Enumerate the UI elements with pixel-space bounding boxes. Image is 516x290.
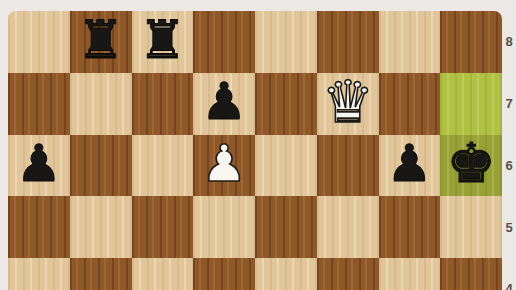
black-pawn-g6[interactable]: ♟ [379, 133, 441, 195]
square-a5[interactable] [8, 196, 70, 258]
square-b6[interactable] [70, 135, 132, 197]
square-g5[interactable] [379, 196, 441, 258]
black-pawn-d7[interactable]: ♟ [193, 71, 255, 133]
square-g7[interactable] [379, 73, 441, 135]
square-b8[interactable]: ♜ [70, 11, 132, 73]
rank-label-6: 6 [502, 135, 516, 197]
square-f7[interactable]: ♛ [317, 73, 379, 135]
square-a4[interactable] [8, 258, 70, 290]
square-f5[interactable] [317, 196, 379, 258]
square-c8[interactable]: ♜ [132, 11, 194, 73]
square-d5[interactable] [193, 196, 255, 258]
rank-label-5: 5 [502, 196, 516, 258]
square-e6[interactable] [255, 135, 317, 197]
chess-board: ♜♜♟♛♟♟♟♚ [8, 11, 502, 290]
square-d6[interactable]: ♟ [193, 135, 255, 197]
square-a8[interactable] [8, 11, 70, 73]
square-d8[interactable] [193, 11, 255, 73]
square-d7[interactable]: ♟ [193, 73, 255, 135]
rank-coordinates: 87654 [502, 11, 516, 290]
square-g6[interactable]: ♟ [379, 135, 441, 197]
square-d4[interactable] [193, 258, 255, 290]
square-b4[interactable] [70, 258, 132, 290]
square-c5[interactable] [132, 196, 194, 258]
white-pawn-d6[interactable]: ♟ [193, 133, 255, 195]
square-a7[interactable] [8, 73, 70, 135]
black-rook-b8[interactable]: ♜ [70, 11, 132, 71]
black-king-h6[interactable]: ♚ [440, 133, 502, 195]
square-b7[interactable] [70, 73, 132, 135]
square-h8[interactable] [440, 11, 502, 73]
page-background: ♜♜♟♛♟♟♟♚ 87654 [0, 0, 516, 290]
square-a6[interactable]: ♟ [8, 135, 70, 197]
square-f4[interactable] [317, 258, 379, 290]
square-b5[interactable] [70, 196, 132, 258]
square-e4[interactable] [255, 258, 317, 290]
square-g4[interactable] [379, 258, 441, 290]
square-g8[interactable] [379, 11, 441, 73]
square-f6[interactable] [317, 135, 379, 197]
square-h6[interactable]: ♚ [440, 135, 502, 197]
white-queen-f7[interactable]: ♛ [317, 71, 379, 133]
square-h7[interactable] [440, 73, 502, 135]
square-e7[interactable] [255, 73, 317, 135]
black-rook-c8[interactable]: ♜ [132, 11, 194, 71]
black-pawn-a6[interactable]: ♟ [8, 133, 70, 195]
square-c6[interactable] [132, 135, 194, 197]
square-c7[interactable] [132, 73, 194, 135]
rank-label-4: 4 [502, 258, 516, 290]
square-e5[interactable] [255, 196, 317, 258]
square-h5[interactable] [440, 196, 502, 258]
square-f8[interactable] [317, 11, 379, 73]
rank-label-8: 8 [502, 11, 516, 73]
square-h4[interactable] [440, 258, 502, 290]
square-e8[interactable] [255, 11, 317, 73]
rank-label-7: 7 [502, 73, 516, 135]
square-c4[interactable] [132, 258, 194, 290]
